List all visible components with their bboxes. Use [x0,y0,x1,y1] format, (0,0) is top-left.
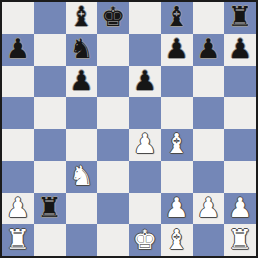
square-b2[interactable]: ♜ [34,193,66,225]
square-d8[interactable]: ♚ [97,2,129,34]
black-pawn-h7[interactable]: ♟ [228,35,252,62]
black-pawn-a7[interactable]: ♟ [6,35,30,62]
square-c5[interactable] [66,97,98,129]
square-b6[interactable] [34,66,66,98]
square-c3[interactable]: ♞ [66,161,98,193]
square-d4[interactable] [97,129,129,161]
square-g2[interactable]: ♟ [193,193,225,225]
square-e5[interactable] [129,97,161,129]
square-h3[interactable] [224,161,256,193]
square-d1[interactable] [97,224,129,256]
white-bishop-f4[interactable]: ♝ [165,130,189,157]
square-f3[interactable] [161,161,193,193]
square-c2[interactable] [66,193,98,225]
white-pawn-e4[interactable]: ♟ [133,130,157,157]
square-a6[interactable] [2,66,34,98]
square-a4[interactable] [2,129,34,161]
square-h4[interactable] [224,129,256,161]
square-g6[interactable] [193,66,225,98]
square-a3[interactable] [2,161,34,193]
white-knight-c3[interactable]: ♞ [69,162,93,189]
square-h1[interactable]: ♜ [224,224,256,256]
white-king-e1[interactable]: ♚ [133,226,157,253]
square-g1[interactable] [193,224,225,256]
square-e8[interactable] [129,2,161,34]
square-h7[interactable]: ♟ [224,34,256,66]
black-rook-h8[interactable]: ♜ [228,3,252,30]
square-d7[interactable] [97,34,129,66]
white-rook-a1[interactable]: ♜ [6,226,30,253]
chess-board: ♝♚♝♜♟♞♟♟♟♟♟♟♝♞♟♜♟♟♟♜♚♝♜ [0,0,258,258]
square-c7[interactable]: ♞ [66,34,98,66]
square-f6[interactable] [161,66,193,98]
square-g4[interactable] [193,129,225,161]
square-b4[interactable] [34,129,66,161]
black-king-d8[interactable]: ♚ [101,3,125,30]
square-g8[interactable] [193,2,225,34]
square-a7[interactable]: ♟ [2,34,34,66]
square-d5[interactable] [97,97,129,129]
square-g7[interactable]: ♟ [193,34,225,66]
black-pawn-e6[interactable]: ♟ [133,67,157,94]
white-pawn-h2[interactable]: ♟ [228,194,252,221]
square-g5[interactable] [193,97,225,129]
white-pawn-a2[interactable]: ♟ [6,194,30,221]
black-bishop-c8[interactable]: ♝ [69,3,93,30]
square-f5[interactable] [161,97,193,129]
square-h5[interactable] [224,97,256,129]
white-bishop-f1[interactable]: ♝ [165,226,189,253]
square-g3[interactable] [193,161,225,193]
square-f8[interactable]: ♝ [161,2,193,34]
black-pawn-c6[interactable]: ♟ [69,67,93,94]
square-a2[interactable]: ♟ [2,193,34,225]
square-a8[interactable] [2,2,34,34]
square-a1[interactable]: ♜ [2,224,34,256]
square-h2[interactable]: ♟ [224,193,256,225]
square-f1[interactable]: ♝ [161,224,193,256]
square-e6[interactable]: ♟ [129,66,161,98]
square-h6[interactable] [224,66,256,98]
black-knight-c7[interactable]: ♞ [69,35,93,62]
square-c4[interactable] [66,129,98,161]
square-f4[interactable]: ♝ [161,129,193,161]
square-b8[interactable] [34,2,66,34]
square-d6[interactable] [97,66,129,98]
white-pawn-g2[interactable]: ♟ [196,194,220,221]
black-rook-b2[interactable]: ♜ [38,194,62,221]
chess-diagram: ♝♚♝♜♟♞♟♟♟♟♟♟♝♞♟♜♟♟♟♜♚♝♜ [0,0,258,258]
square-f2[interactable]: ♟ [161,193,193,225]
square-d2[interactable] [97,193,129,225]
square-h8[interactable]: ♜ [224,2,256,34]
square-b7[interactable] [34,34,66,66]
square-f7[interactable]: ♟ [161,34,193,66]
square-a5[interactable] [2,97,34,129]
square-e4[interactable]: ♟ [129,129,161,161]
square-e2[interactable] [129,193,161,225]
square-e1[interactable]: ♚ [129,224,161,256]
square-c1[interactable] [66,224,98,256]
square-b5[interactable] [34,97,66,129]
square-d3[interactable] [97,161,129,193]
white-pawn-f2[interactable]: ♟ [165,194,189,221]
black-bishop-f8[interactable]: ♝ [165,3,189,30]
black-pawn-g7[interactable]: ♟ [196,35,220,62]
square-b1[interactable] [34,224,66,256]
white-rook-h1[interactable]: ♜ [228,226,252,253]
square-c8[interactable]: ♝ [66,2,98,34]
square-e3[interactable] [129,161,161,193]
square-c6[interactable]: ♟ [66,66,98,98]
black-pawn-f7[interactable]: ♟ [165,35,189,62]
square-e7[interactable] [129,34,161,66]
square-b3[interactable] [34,161,66,193]
